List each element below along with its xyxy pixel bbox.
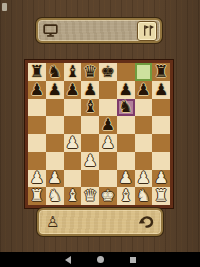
square-c5[interactable]	[64, 116, 82, 134]
piece-black-pawn[interactable]: ♟	[30, 82, 44, 98]
back-triangle-icon[interactable]	[65, 256, 71, 264]
square-b5[interactable]	[46, 116, 64, 134]
square-h8[interactable]: ♜	[152, 63, 170, 81]
square-e1[interactable]: ♚	[99, 187, 117, 205]
square-c3[interactable]	[64, 152, 82, 170]
square-a6[interactable]	[28, 99, 46, 117]
square-a7[interactable]: ♟	[28, 81, 46, 99]
square-g4[interactable]	[135, 134, 153, 152]
square-h2[interactable]: ♟	[152, 170, 170, 188]
square-e8[interactable]: ♚	[99, 63, 117, 81]
piece-black-pawn[interactable]: ♟	[47, 82, 61, 98]
two-flags-icon	[141, 24, 154, 37]
game-mode-button[interactable]	[137, 21, 157, 41]
piece-white-pawn[interactable]: ♟	[136, 170, 150, 186]
piece-black-pawn[interactable]: ♟	[154, 82, 168, 98]
square-h6[interactable]	[152, 99, 170, 117]
piece-white-pawn[interactable]: ♟	[47, 170, 61, 186]
square-a1[interactable]: ♜	[28, 187, 46, 205]
player-bar: ♙	[37, 208, 163, 236]
square-b4[interactable]	[46, 134, 64, 152]
piece-white-queen[interactable]: ♛	[83, 188, 97, 204]
piece-white-bishop[interactable]: ♝	[65, 188, 79, 204]
piece-white-knight[interactable]: ♞	[136, 188, 150, 204]
piece-white-bishop[interactable]: ♝	[118, 188, 132, 204]
square-c2[interactable]	[64, 170, 82, 188]
piece-black-king[interactable]: ♚	[101, 64, 115, 80]
piece-black-pawn[interactable]: ♟	[101, 117, 115, 133]
square-g2[interactable]: ♟	[135, 170, 153, 188]
piece-white-king[interactable]: ♚	[101, 188, 115, 204]
square-f5[interactable]	[117, 116, 135, 134]
square-d6[interactable]: ♝	[81, 99, 99, 117]
square-e7[interactable]	[99, 81, 117, 99]
piece-white-rook[interactable]: ♜	[154, 188, 168, 204]
square-h7[interactable]: ♟	[152, 81, 170, 99]
square-g5[interactable]	[135, 116, 153, 134]
piece-black-knight[interactable]: ♞	[47, 64, 61, 80]
piece-black-rook[interactable]: ♜	[30, 64, 44, 80]
square-d8[interactable]: ♛	[81, 63, 99, 81]
piece-white-pawn[interactable]: ♟	[101, 135, 115, 151]
square-b7[interactable]: ♟	[46, 81, 64, 99]
square-d7[interactable]: ♟	[81, 81, 99, 99]
piece-white-pawn[interactable]: ♟	[118, 170, 132, 186]
undo-arrow-icon	[138, 215, 154, 229]
piece-black-pawn[interactable]: ♟	[65, 82, 79, 98]
square-e3[interactable]	[99, 152, 117, 170]
home-circle-icon[interactable]	[97, 256, 104, 263]
square-d4[interactable]	[81, 134, 99, 152]
square-d5[interactable]	[81, 116, 99, 134]
piece-white-knight[interactable]: ♞	[47, 188, 61, 204]
undo-button[interactable]	[138, 215, 154, 229]
piece-black-queen[interactable]: ♛	[83, 64, 97, 80]
square-b8[interactable]: ♞	[46, 63, 64, 81]
square-f2[interactable]: ♟	[117, 170, 135, 188]
opponent-bar	[36, 18, 162, 43]
square-c6[interactable]	[64, 99, 82, 117]
piece-white-pawn[interactable]: ♟	[83, 153, 97, 169]
computer-monitor-icon	[43, 24, 58, 37]
square-g8[interactable]	[135, 63, 153, 81]
square-h1[interactable]: ♜	[152, 187, 170, 205]
white-pawn-icon: ♙	[46, 215, 59, 230]
square-c7[interactable]: ♟	[64, 81, 82, 99]
piece-white-pawn[interactable]: ♟	[65, 135, 79, 151]
square-f1[interactable]: ♝	[117, 187, 135, 205]
piece-black-bishop[interactable]: ♝	[65, 64, 79, 80]
square-g3[interactable]	[135, 152, 153, 170]
chess-board: ♜♞♝♛♚♜♟♟♟♟♟♟♟♝♞♟♟♟♟♟♟♟♟♟♜♞♝♛♚♝♞♜	[25, 60, 173, 208]
square-f6[interactable]: ♞	[117, 99, 135, 117]
status-notification-icon	[2, 3, 7, 11]
piece-black-pawn[interactable]: ♟	[136, 82, 150, 98]
chess-app-screen: ♜♞♝♛♚♜♟♟♟♟♟♟♟♝♞♟♟♟♟♟♟♟♟♟♜♞♝♛♚♝♞♜ ♙	[0, 0, 200, 267]
square-a2[interactable]: ♟	[28, 170, 46, 188]
square-a5[interactable]	[28, 116, 46, 134]
square-h4[interactable]	[152, 134, 170, 152]
square-c8[interactable]: ♝	[64, 63, 82, 81]
square-c4[interactable]: ♟	[64, 134, 82, 152]
square-h3[interactable]	[152, 152, 170, 170]
square-b3[interactable]	[46, 152, 64, 170]
square-b1[interactable]: ♞	[46, 187, 64, 205]
square-b2[interactable]: ♟	[46, 170, 64, 188]
square-f3[interactable]	[117, 152, 135, 170]
square-b6[interactable]	[46, 99, 64, 117]
square-e5[interactable]: ♟	[99, 116, 117, 134]
square-e2[interactable]	[99, 170, 117, 188]
piece-white-pawn[interactable]: ♟	[154, 170, 168, 186]
piece-black-rook[interactable]: ♜	[154, 64, 168, 80]
piece-black-bishop[interactable]: ♝	[83, 99, 97, 115]
square-f8[interactable]	[117, 63, 135, 81]
piece-white-pawn[interactable]: ♟	[30, 170, 44, 186]
piece-black-pawn[interactable]: ♟	[83, 82, 97, 98]
square-g6[interactable]	[135, 99, 153, 117]
piece-black-knight[interactable]: ♞	[118, 99, 132, 115]
piece-white-rook[interactable]: ♜	[30, 188, 44, 204]
square-g7[interactable]: ♟	[135, 81, 153, 99]
square-h5[interactable]	[152, 116, 170, 134]
android-navigation-bar	[0, 252, 200, 267]
square-e4[interactable]: ♟	[99, 134, 117, 152]
square-d3[interactable]: ♟	[81, 152, 99, 170]
piece-black-pawn[interactable]: ♟	[118, 82, 132, 98]
square-f4[interactable]	[117, 134, 135, 152]
square-f7[interactable]: ♟	[117, 81, 135, 99]
square-c1[interactable]: ♝	[64, 187, 82, 205]
recents-square-icon[interactable]	[130, 257, 136, 263]
square-a8[interactable]: ♜	[28, 63, 46, 81]
square-e6[interactable]	[99, 99, 117, 117]
square-g1[interactable]: ♞	[135, 187, 153, 205]
square-a4[interactable]	[28, 134, 46, 152]
square-d2[interactable]	[81, 170, 99, 188]
square-a3[interactable]	[28, 152, 46, 170]
square-d1[interactable]: ♛	[81, 187, 99, 205]
